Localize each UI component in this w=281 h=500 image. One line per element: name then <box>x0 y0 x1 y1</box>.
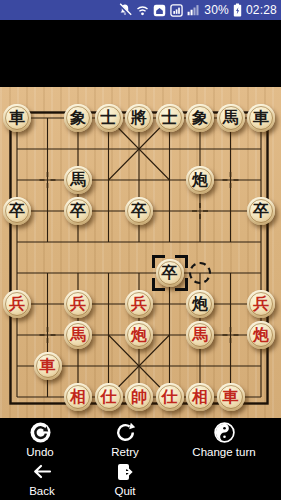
piece-glyph: 象 <box>192 104 208 132</box>
piece-glyph: 馬 <box>223 104 239 132</box>
piece-red-soldier[interactable]: 兵 <box>3 290 31 318</box>
quit-label: Quit <box>114 485 135 497</box>
piece-red-soldier[interactable]: 兵 <box>64 290 92 318</box>
status-bar: 30% 02:28 <box>0 0 281 20</box>
undo-button[interactable]: Undo <box>16 422 64 458</box>
piece-black-soldier[interactable]: 卒 <box>156 259 184 287</box>
piece-red-advisor[interactable]: 仕 <box>156 383 184 411</box>
xiangqi-board[interactable]: 車象士將士象馬車馬炮卒卒卒卒卒炮兵兵兵兵馬炮馬炮車相仕帥仕相車 <box>0 87 281 418</box>
piece-glyph: 卒 <box>131 197 147 225</box>
piece-glyph: 卒 <box>9 197 25 225</box>
piece-black-soldier[interactable]: 卒 <box>125 197 153 225</box>
change-turn-button[interactable]: Change turn <box>181 422 267 458</box>
piece-glyph: 帥 <box>131 383 147 411</box>
back-arrow-icon <box>32 461 52 482</box>
piece-glyph: 士 <box>162 104 178 132</box>
piece-black-horse[interactable]: 馬 <box>64 166 92 194</box>
piece-glyph: 車 <box>223 383 239 411</box>
piece-glyph: 卒 <box>253 197 269 225</box>
piece-glyph: 炮 <box>192 166 208 194</box>
piece-black-soldier[interactable]: 卒 <box>64 197 92 225</box>
piece-black-cannon[interactable]: 炮 <box>186 290 214 318</box>
battery-icon <box>233 3 242 17</box>
back-label: Back <box>29 485 55 497</box>
piece-black-soldier[interactable]: 卒 <box>3 197 31 225</box>
piece-glyph: 車 <box>40 352 56 380</box>
piece-glyph: 兵 <box>9 290 25 318</box>
piece-glyph: 士 <box>101 104 117 132</box>
piece-black-elephant[interactable]: 象 <box>64 104 92 132</box>
piece-glyph: 馬 <box>192 321 208 349</box>
piece-red-chariot[interactable]: 車 <box>217 383 245 411</box>
undo-circle-icon <box>30 422 51 443</box>
piece-black-advisor[interactable]: 士 <box>156 104 184 132</box>
piece-glyph: 相 <box>192 383 208 411</box>
piece-red-soldier[interactable]: 兵 <box>125 290 153 318</box>
piece-black-cannon[interactable]: 炮 <box>186 166 214 194</box>
piece-red-horse[interactable]: 馬 <box>186 321 214 349</box>
signal-strength-icon <box>187 4 200 16</box>
piece-glyph: 象 <box>70 104 86 132</box>
retry-label: Retry <box>111 446 138 458</box>
piece-glyph: 炮 <box>131 321 147 349</box>
piece-black-elephant[interactable]: 象 <box>186 104 214 132</box>
piece-glyph: 馬 <box>70 321 86 349</box>
piece-black-general[interactable]: 將 <box>125 104 153 132</box>
piece-red-soldier[interactable]: 兵 <box>247 290 275 318</box>
piece-black-advisor[interactable]: 士 <box>95 104 123 132</box>
clock: 02:28 <box>246 3 277 17</box>
piece-red-elephant[interactable]: 相 <box>64 383 92 411</box>
piece-red-chariot[interactable]: 車 <box>34 352 62 380</box>
piece-glyph: 馬 <box>70 166 86 194</box>
piece-red-cannon[interactable]: 炮 <box>125 321 153 349</box>
piece-black-chariot[interactable]: 車 <box>3 104 31 132</box>
piece-glyph: 將 <box>131 104 147 132</box>
piece-black-chariot[interactable]: 車 <box>247 104 275 132</box>
piece-glyph: 仕 <box>101 383 117 411</box>
piece-red-elephant[interactable]: 相 <box>186 383 214 411</box>
back-button[interactable]: Back <box>18 461 66 497</box>
yin-yang-icon <box>214 422 235 443</box>
nfc-home-icon <box>153 4 166 17</box>
piece-glyph: 卒 <box>162 259 178 287</box>
notifications-muted-icon <box>118 3 132 17</box>
piece-glyph: 兵 <box>131 290 147 318</box>
piece-glyph: 車 <box>9 104 25 132</box>
piece-glyph: 兵 <box>70 290 86 318</box>
piece-glyph: 卒 <box>70 197 86 225</box>
quit-button[interactable]: Quit <box>101 461 149 497</box>
piece-glyph: 車 <box>253 104 269 132</box>
undo-label: Undo <box>26 446 54 458</box>
piece-black-soldier[interactable]: 卒 <box>247 197 275 225</box>
piece-red-horse[interactable]: 馬 <box>64 321 92 349</box>
wifi-icon <box>136 4 149 17</box>
piece-glyph: 兵 <box>253 290 269 318</box>
piece-red-advisor[interactable]: 仕 <box>95 383 123 411</box>
change-turn-label: Change turn <box>192 446 255 458</box>
piece-glyph: 仕 <box>162 383 178 411</box>
app-screen: 30% 02:28 車象士將士象馬車馬炮卒卒卒卒卒炮兵兵兵兵馬炮馬炮車相仕帥仕相… <box>0 0 281 500</box>
piece-red-general[interactable]: 帥 <box>125 383 153 411</box>
retry-arrow-icon <box>115 422 136 443</box>
piece-black-horse[interactable]: 馬 <box>217 104 245 132</box>
piece-glyph: 相 <box>70 383 86 411</box>
battery-percent: 30% <box>204 3 229 17</box>
piece-glyph: 炮 <box>192 290 208 318</box>
last-move-origin-marker <box>189 262 211 284</box>
retry-button[interactable]: Retry <box>99 422 151 458</box>
quit-exit-icon <box>115 461 135 482</box>
piece-red-cannon[interactable]: 炮 <box>247 321 275 349</box>
mobile-data-icon <box>170 4 183 17</box>
piece-glyph: 炮 <box>253 321 269 349</box>
